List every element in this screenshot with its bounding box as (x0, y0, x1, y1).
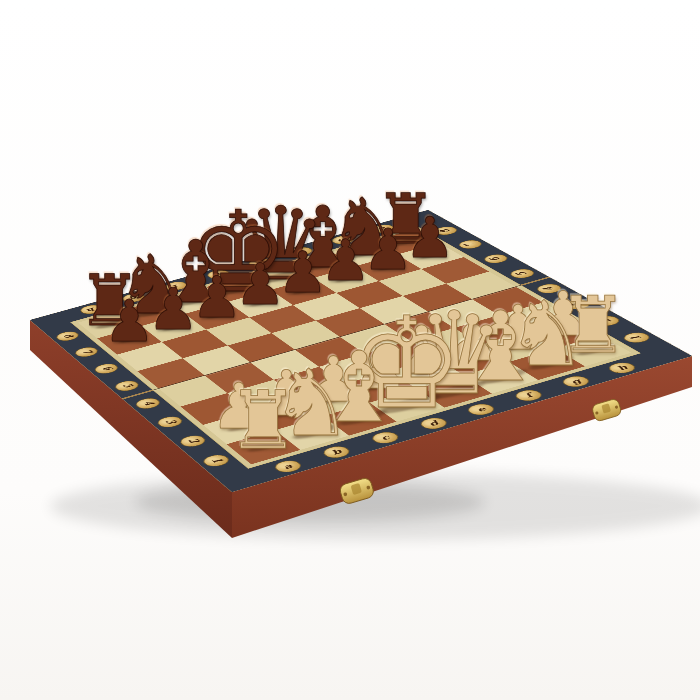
coordinate-label: 4 (542, 286, 557, 292)
coordinate-label: 1 (629, 335, 645, 341)
coordinate-label: 4 (141, 400, 156, 406)
coordinate-label: 2 (185, 438, 200, 445)
coordinate-label: h (85, 307, 97, 313)
medallion-front-file-g: g (558, 374, 594, 389)
coordinate-label: c (296, 249, 307, 254)
coordinate-label: 8 (61, 333, 75, 339)
medallion-right-rank-7: 7 (455, 239, 486, 251)
medallion-front-file-h: h (604, 360, 640, 375)
coordinate-label: c (378, 434, 392, 441)
coordinate-label: 2 (599, 318, 615, 324)
coordinate-label: h (614, 364, 630, 371)
medallion-right-rank-4: 4 (533, 282, 566, 295)
coordinate-label: 6 (488, 256, 502, 261)
coordinate-label: 6 (100, 366, 114, 372)
medallion-left-rank-7: 7 (72, 345, 102, 358)
coordinate-label: 7 (463, 242, 477, 247)
coordinate-label: f (522, 392, 534, 398)
coordinate-label: 5 (120, 383, 134, 389)
coordinate-label: 5 (515, 271, 530, 276)
coordinate-label: b (337, 237, 349, 242)
medallion-right-rank-6: 6 (480, 253, 511, 265)
medallion-left-rank-6: 6 (92, 362, 122, 376)
coordinate-label: d (426, 420, 441, 427)
medallion-left-rank-4: 4 (133, 396, 164, 411)
coordinate-label: a (281, 463, 295, 470)
medallion-left-rank-8: 8 (53, 330, 82, 343)
medallion-left-rank-1: 1 (200, 453, 234, 469)
coordinate-label: e (474, 406, 488, 413)
coordinate-label: g (128, 295, 140, 301)
coordinate-label: 8 (439, 228, 453, 233)
coordinate-label: d (254, 260, 266, 265)
coordinate-label: g (568, 378, 583, 385)
coordinate-label: a (378, 226, 390, 231)
product-photo-stage: ah88bg77cf66de55ed44fc33gb22ha11 ♜♞♝♚♛♝♞… (0, 0, 700, 700)
coordinate-label: e (213, 272, 224, 277)
medallion-right-rank-5: 5 (506, 267, 538, 280)
coordinate-label: f (172, 284, 181, 289)
coordinate-label: b (329, 448, 344, 455)
coordinate-label: 3 (163, 419, 178, 425)
medallion-left-rank-3: 3 (154, 414, 186, 429)
medallion-left-rank-2: 2 (177, 433, 210, 448)
coordinate-label: 3 (570, 302, 585, 308)
medallion-left-rank-5: 5 (112, 379, 143, 393)
coordinate-label: 1 (209, 457, 225, 464)
coordinate-label: 7 (80, 349, 94, 355)
medallion-right-rank-8: 8 (430, 225, 460, 237)
